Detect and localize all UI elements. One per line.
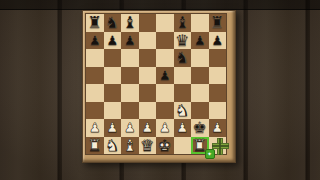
square-b8[interactable]: ♞	[104, 14, 122, 32]
black-pawn-piece[interactable]: ♟	[159, 67, 171, 84]
square-d2[interactable]: ♟	[139, 119, 157, 137]
square-e5[interactable]: ♟	[156, 67, 174, 85]
square-g3[interactable]	[191, 102, 209, 120]
white-king-piece[interactable]: ♚	[158, 137, 172, 154]
square-h3[interactable]	[209, 102, 227, 120]
square-d7[interactable]	[139, 32, 157, 50]
black-pawn-piece[interactable]: ♟	[89, 32, 101, 49]
square-g4[interactable]	[191, 84, 209, 102]
square-a8[interactable]: ♜	[86, 14, 104, 32]
square-b6[interactable]	[104, 49, 122, 67]
black-queen-piece[interactable]: ♛	[175, 32, 189, 49]
square-f5[interactable]	[174, 67, 192, 85]
square-e3[interactable]	[156, 102, 174, 120]
square-f4[interactable]	[174, 84, 192, 102]
square-e6[interactable]	[156, 49, 174, 67]
black-king-piece[interactable]: ♚	[193, 119, 207, 136]
square-c5[interactable]	[121, 67, 139, 85]
square-f3[interactable]: ♞	[174, 102, 192, 120]
black-bishop-piece[interactable]: ♝	[175, 14, 189, 31]
chess-board[interactable]: ♜♞♝♝♜♟♟♟♛♟♟♞♟♞♟♟♟♟♟♟♚♟♜♞♝♛♚♜	[86, 14, 226, 154]
square-f6[interactable]: ♞	[174, 49, 192, 67]
square-h5[interactable]	[209, 67, 227, 85]
square-h7[interactable]: ♟	[209, 32, 227, 50]
square-d6[interactable]	[139, 49, 157, 67]
square-c2[interactable]: ♟	[121, 119, 139, 137]
square-c7[interactable]: ♟	[121, 32, 139, 50]
square-d8[interactable]	[139, 14, 157, 32]
square-a4[interactable]	[86, 84, 104, 102]
black-bishop-piece[interactable]: ♝	[123, 14, 137, 31]
square-e1[interactable]: ♚	[156, 137, 174, 155]
square-c8[interactable]: ♝	[121, 14, 139, 32]
square-c3[interactable]	[121, 102, 139, 120]
black-knight-piece[interactable]: ♞	[105, 14, 119, 31]
square-h8[interactable]: ♜	[209, 14, 227, 32]
black-knight-piece[interactable]: ♞	[175, 49, 189, 66]
square-e4[interactable]	[156, 84, 174, 102]
black-pawn-piece[interactable]: ♟	[106, 32, 118, 49]
white-pawn-piece[interactable]: ♟	[124, 119, 136, 136]
white-rook-piece[interactable]: ♜	[88, 137, 102, 154]
square-b3[interactable]	[104, 102, 122, 120]
white-pawn-piece[interactable]: ♟	[141, 119, 153, 136]
cross-gap-horizontal	[212, 145, 229, 146]
square-b7[interactable]: ♟	[104, 32, 122, 50]
square-e8[interactable]	[156, 14, 174, 32]
black-rook-piece[interactable]: ♜	[210, 14, 224, 31]
app-window: ♜♞♝♝♜♟♟♟♛♟♟♞♟♞♟♟♟♟♟♟♚♟♜♞♝♛♚♜ ✦	[0, 0, 320, 180]
white-pawn-piece[interactable]: ♟	[211, 119, 223, 136]
square-b1[interactable]: ♞	[104, 137, 122, 155]
black-pawn-piece[interactable]: ♟	[124, 32, 136, 49]
white-knight-piece[interactable]: ♞	[175, 102, 189, 119]
square-h4[interactable]	[209, 84, 227, 102]
square-a7[interactable]: ♟	[86, 32, 104, 50]
square-a1[interactable]: ♜	[86, 137, 104, 155]
square-g2[interactable]: ♚	[191, 119, 209, 137]
square-f2[interactable]: ♟	[174, 119, 192, 137]
square-f1[interactable]	[174, 137, 192, 155]
square-c4[interactable]	[121, 84, 139, 102]
square-c1[interactable]: ♝	[121, 137, 139, 155]
square-d5[interactable]	[139, 67, 157, 85]
square-d4[interactable]	[139, 84, 157, 102]
square-c6[interactable]	[121, 49, 139, 67]
square-g7[interactable]: ♟	[191, 32, 209, 50]
white-pawn-piece[interactable]: ♟	[106, 119, 118, 136]
white-bishop-piece[interactable]: ♝	[123, 137, 137, 154]
black-pawn-piece[interactable]: ♟	[211, 32, 223, 49]
white-queen-piece[interactable]: ♛	[140, 137, 154, 154]
white-pawn-piece[interactable]: ♟	[159, 119, 171, 136]
square-g8[interactable]	[191, 14, 209, 32]
white-knight-piece[interactable]: ♞	[105, 137, 119, 154]
black-rook-piece[interactable]: ♜	[88, 14, 102, 31]
square-a5[interactable]	[86, 67, 104, 85]
square-a6[interactable]	[86, 49, 104, 67]
white-pawn-piece[interactable]: ♟	[176, 119, 188, 136]
black-pawn-piece[interactable]: ♟	[194, 32, 206, 49]
square-b5[interactable]	[104, 67, 122, 85]
square-h2[interactable]: ♟	[209, 119, 227, 137]
square-h6[interactable]	[209, 49, 227, 67]
square-g5[interactable]	[191, 67, 209, 85]
square-e7[interactable]	[156, 32, 174, 50]
square-b4[interactable]	[104, 84, 122, 102]
square-d3[interactable]	[139, 102, 157, 120]
square-f7[interactable]: ♛	[174, 32, 192, 50]
square-e2[interactable]: ♟	[156, 119, 174, 137]
square-f8[interactable]: ♝	[174, 14, 192, 32]
square-a2[interactable]: ♟	[86, 119, 104, 137]
square-g6[interactable]	[191, 49, 209, 67]
square-d1[interactable]: ♛	[139, 137, 157, 155]
square-b2[interactable]: ♟	[104, 119, 122, 137]
white-pawn-piece[interactable]: ♟	[89, 119, 101, 136]
best-move-star-icon: ✦	[205, 149, 215, 159]
square-a3[interactable]	[86, 102, 104, 120]
